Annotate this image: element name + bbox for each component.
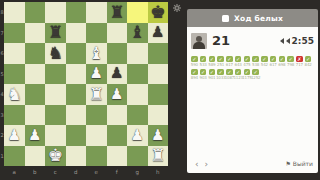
white-bishop[interactable]: ♝ (89, 44, 104, 61)
puzzle-result: ✓475 (243, 56, 252, 67)
white-rook[interactable]: ♜ (89, 85, 104, 102)
file-labels: abcdefgh (4, 166, 168, 178)
puzzle-result: ✓589 (208, 56, 217, 67)
square-a7[interactable] (4, 23, 25, 44)
turn-label: Ход белых (234, 14, 283, 23)
puzzle-result: ✓903 (199, 69, 208, 80)
player-avatar (191, 33, 207, 49)
puzzle-result: ✓617 (269, 56, 278, 67)
side-panel: Ход белых 21 2:55 ✓590✓533✓589✓251✓617✓6… (187, 9, 318, 173)
puzzle-result: ✓538 (251, 56, 260, 67)
square-d5[interactable] (66, 64, 87, 85)
puzzle-rating: 894 (191, 76, 198, 80)
panel-card: 21 2:55 ✓590✓533✓589✓251✓617✓643✓475✓538… (187, 27, 318, 173)
square-g4[interactable] (127, 84, 148, 105)
file-label-a: a (4, 166, 25, 178)
square-g5[interactable] (127, 64, 148, 85)
puzzle-rating: 475 (243, 63, 250, 67)
square-d3[interactable] (66, 105, 87, 126)
square-b7[interactable] (25, 23, 46, 44)
square-a2[interactable]: ♟ (4, 125, 25, 146)
square-f1[interactable] (107, 146, 128, 167)
puzzle-result: ✗717 (295, 56, 304, 67)
puzzle-result: ✓1123 (234, 69, 243, 80)
panel-footer: ‹ › ⚑ Выйти (192, 159, 313, 169)
puzzle-result: ✓1252 (251, 69, 260, 80)
puzzle-score: 21 (212, 33, 230, 48)
settings-gear-icon[interactable] (173, 4, 181, 12)
square-c6[interactable]: ♞ (45, 43, 66, 64)
square-e6[interactable]: ♝ (86, 43, 107, 64)
square-h2[interactable]: ♟ (148, 125, 169, 146)
square-f8[interactable]: ♜ (107, 2, 128, 23)
puzzle-result: ✓798 (286, 56, 295, 67)
turn-indicator-bar: Ход белых (187, 9, 318, 27)
square-e3[interactable] (86, 105, 107, 126)
square-e8[interactable] (86, 2, 107, 23)
puzzle-result: ✓1175 (243, 69, 252, 80)
square-b1[interactable] (25, 146, 46, 167)
file-label-b: b (25, 166, 46, 178)
puzzle-rating: 538 (252, 63, 259, 67)
white-pawn[interactable]: ♟ (8, 127, 21, 142)
square-d1[interactable] (66, 146, 87, 167)
exit-button-label: Выйти (293, 161, 313, 167)
avatar-body-shape (193, 42, 205, 49)
black-bishop[interactable]: ♝ (130, 24, 145, 41)
square-c2[interactable] (45, 125, 66, 146)
puzzle-rating: 901 (208, 76, 215, 80)
square-c3[interactable] (45, 105, 66, 126)
timer: 2:55 (280, 36, 314, 46)
avatar-head-shape (196, 36, 202, 42)
square-e2[interactable] (86, 125, 107, 146)
puzzle-rating: 717 (296, 63, 303, 67)
square-h4[interactable] (148, 84, 169, 105)
puzzle-rating: 798 (287, 63, 294, 67)
puzzle-rating: 617 (270, 63, 277, 67)
next-move-button[interactable]: › (202, 160, 212, 169)
square-f4[interactable]: ♟ (107, 84, 128, 105)
puzzle-result: ✓1087 (225, 69, 234, 80)
puzzle-result: ✓590 (190, 56, 199, 67)
square-c8[interactable] (45, 2, 66, 23)
puzzle-rating: 643 (235, 63, 242, 67)
square-f5[interactable]: ♟ (107, 64, 128, 85)
black-rook[interactable]: ♜ (109, 3, 124, 20)
square-h3[interactable] (148, 105, 169, 126)
file-label-e: e (86, 166, 107, 178)
black-rook[interactable]: ♜ (48, 24, 63, 41)
square-c4[interactable] (45, 84, 66, 105)
square-a5[interactable] (4, 64, 25, 85)
square-h8[interactable]: ♚ (148, 2, 169, 23)
timer-arrow-icon (280, 38, 284, 44)
square-b5[interactable] (25, 64, 46, 85)
white-king[interactable]: ♚ (48, 147, 63, 164)
square-c1[interactable]: ♚ (45, 146, 66, 167)
puzzle-rating: 590 (191, 63, 198, 67)
puzzle-rating: 698 (278, 63, 285, 67)
file-label-h: h (148, 166, 169, 178)
square-g8[interactable] (127, 2, 148, 23)
player-row: 21 2:55 (191, 32, 314, 49)
puzzle-result: ✓901 (208, 69, 217, 80)
square-a6[interactable] (4, 43, 25, 64)
square-d7[interactable] (66, 23, 87, 44)
timer-value: 2:55 (292, 36, 314, 46)
white-pawn[interactable]: ♟ (28, 127, 41, 142)
square-b8[interactable] (25, 2, 46, 23)
black-knight[interactable]: ♞ (48, 44, 63, 61)
puzzle-result: ✓894 (190, 69, 199, 80)
white-rook[interactable]: ♜ (150, 147, 165, 164)
puzzle-rating: 589 (208, 63, 215, 67)
square-a1[interactable] (4, 146, 25, 167)
square-f3[interactable] (107, 105, 128, 126)
file-label-d: d (66, 166, 87, 178)
square-g2[interactable]: ♟ (127, 125, 148, 146)
puzzle-rating: 842 (305, 63, 312, 67)
puzzle-rating: 251 (217, 63, 224, 67)
square-d2[interactable] (66, 125, 87, 146)
square-f6[interactable] (107, 43, 128, 64)
square-f2[interactable] (107, 125, 128, 146)
puzzle-result: ✓643 (234, 56, 243, 67)
square-e1[interactable] (86, 146, 107, 167)
puzzle-result: ✓1033 (216, 69, 225, 80)
square-c5[interactable] (45, 64, 66, 85)
square-b6[interactable] (25, 43, 46, 64)
puzzle-result: ✓617 (225, 56, 234, 67)
square-d8[interactable] (66, 2, 87, 23)
black-pawn[interactable]: ♟ (151, 25, 164, 40)
square-h1[interactable]: ♜ (148, 146, 169, 167)
square-h7[interactable]: ♟ (148, 23, 169, 44)
file-label-c: c (45, 166, 66, 178)
white-to-move-icon (222, 15, 229, 22)
square-g7[interactable]: ♝ (127, 23, 148, 44)
puzzle-rating: 1252 (251, 76, 260, 80)
square-g1[interactable] (127, 146, 148, 167)
square-e4[interactable]: ♜ (86, 84, 107, 105)
square-h6[interactable] (148, 43, 169, 64)
puzzle-results-row-2: ✓894✓903✓901✓1033✓1087✓1123✓1175✓1252 (190, 69, 260, 80)
white-pawn[interactable]: ♟ (151, 127, 164, 142)
square-d6[interactable] (66, 43, 87, 64)
square-a8[interactable] (4, 2, 25, 23)
square-b2[interactable]: ♟ (25, 125, 46, 146)
square-f7[interactable] (107, 23, 128, 44)
file-label-f: f (107, 166, 128, 178)
square-a4[interactable]: ♞ (4, 84, 25, 105)
square-a3[interactable] (4, 105, 25, 126)
puzzle-result: ✓698 (278, 56, 287, 67)
white-pawn[interactable]: ♟ (131, 127, 144, 142)
square-e7[interactable] (86, 23, 107, 44)
puzzle-result: ✓533 (199, 56, 208, 67)
square-b4[interactable] (25, 84, 46, 105)
black-king[interactable]: ♚ (150, 3, 165, 20)
square-g3[interactable] (127, 105, 148, 126)
square-e5[interactable]: ♟ (86, 64, 107, 85)
file-label-g: g (127, 166, 148, 178)
square-h5[interactable] (148, 64, 169, 85)
puzzle-rating: 533 (200, 63, 207, 67)
timer-arrow-icon (286, 38, 290, 44)
white-knight[interactable]: ♞ (7, 85, 22, 102)
puzzle-rating: 903 (200, 76, 207, 80)
square-g6[interactable] (127, 43, 148, 64)
exit-button[interactable]: ⚑ Выйти (285, 161, 313, 167)
square-c7[interactable]: ♜ (45, 23, 66, 44)
puzzle-result: ✓251 (216, 56, 225, 67)
white-pawn[interactable]: ♟ (110, 86, 123, 101)
puzzle-result: ✓542 (260, 56, 269, 67)
puzzle-rating: 617 (226, 63, 233, 67)
app-background: 87654321 ♜♚♜♝♟♞♝♟♟♞♜♟♟♟♟♟♚♜ abcdefgh Ход… (0, 0, 320, 180)
flag-icon: ⚑ (285, 161, 290, 167)
white-pawn[interactable]: ♟ (90, 66, 103, 81)
puzzle-result: ✓842 (304, 56, 313, 67)
puzzle-results-row-1: ✓590✓533✓589✓251✓617✓643✓475✓538✓542✓617… (190, 56, 313, 67)
puzzle-rating: 542 (261, 63, 268, 67)
prev-move-button[interactable]: ‹ (192, 160, 202, 169)
chess-board[interactable]: ♜♚♜♝♟♞♝♟♟♞♜♟♟♟♟♟♚♜ (4, 2, 168, 166)
black-pawn[interactable]: ♟ (110, 66, 123, 81)
square-b3[interactable] (25, 105, 46, 126)
square-d4[interactable] (66, 84, 87, 105)
